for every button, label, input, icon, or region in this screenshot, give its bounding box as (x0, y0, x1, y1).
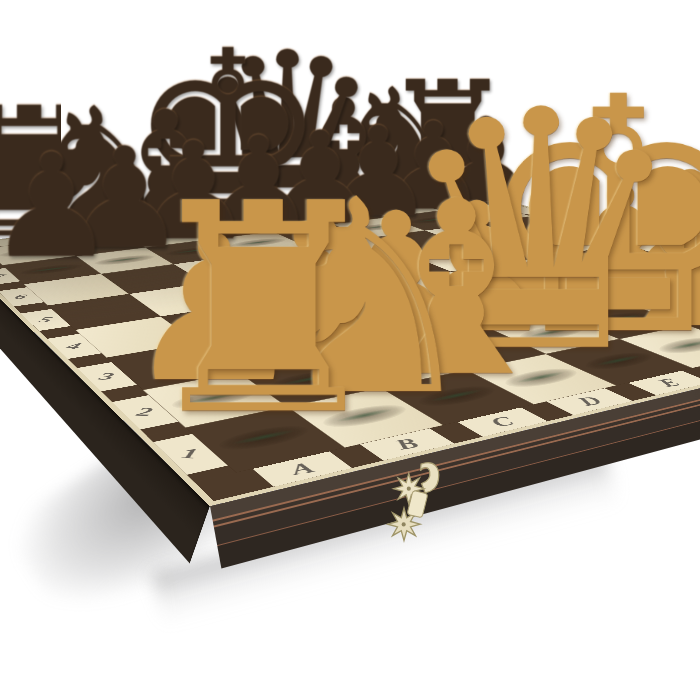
file-label-a: A (285, 459, 319, 478)
rank-label-1: 1 (179, 445, 200, 461)
piece-white-rook[interactable]: ♜ (0, 166, 526, 455)
file-label-b: B (390, 435, 425, 453)
perspective-scene: 8♜♞♝♚♛♝♞♜7♟♟♟♟♟♟♟♟65432♟♟♟♟♟♟♟♟1♜♞♝♛♚♝♞♜… (0, 0, 700, 700)
photo-stage: 8♜♞♝♚♛♝♞♜7♟♟♟♟♟♟♟♟65432♟♟♟♟♟♟♟♟1♜♞♝♛♚♝♞♜… (0, 0, 700, 700)
clasp-latch[interactable] (386, 458, 452, 552)
chess-board: 8♜♞♝♚♛♝♞♜7♟♟♟♟♟♟♟♟65432♟♟♟♟♟♟♟♟1♜♞♝♛♚♝♞♜… (0, 187, 700, 506)
